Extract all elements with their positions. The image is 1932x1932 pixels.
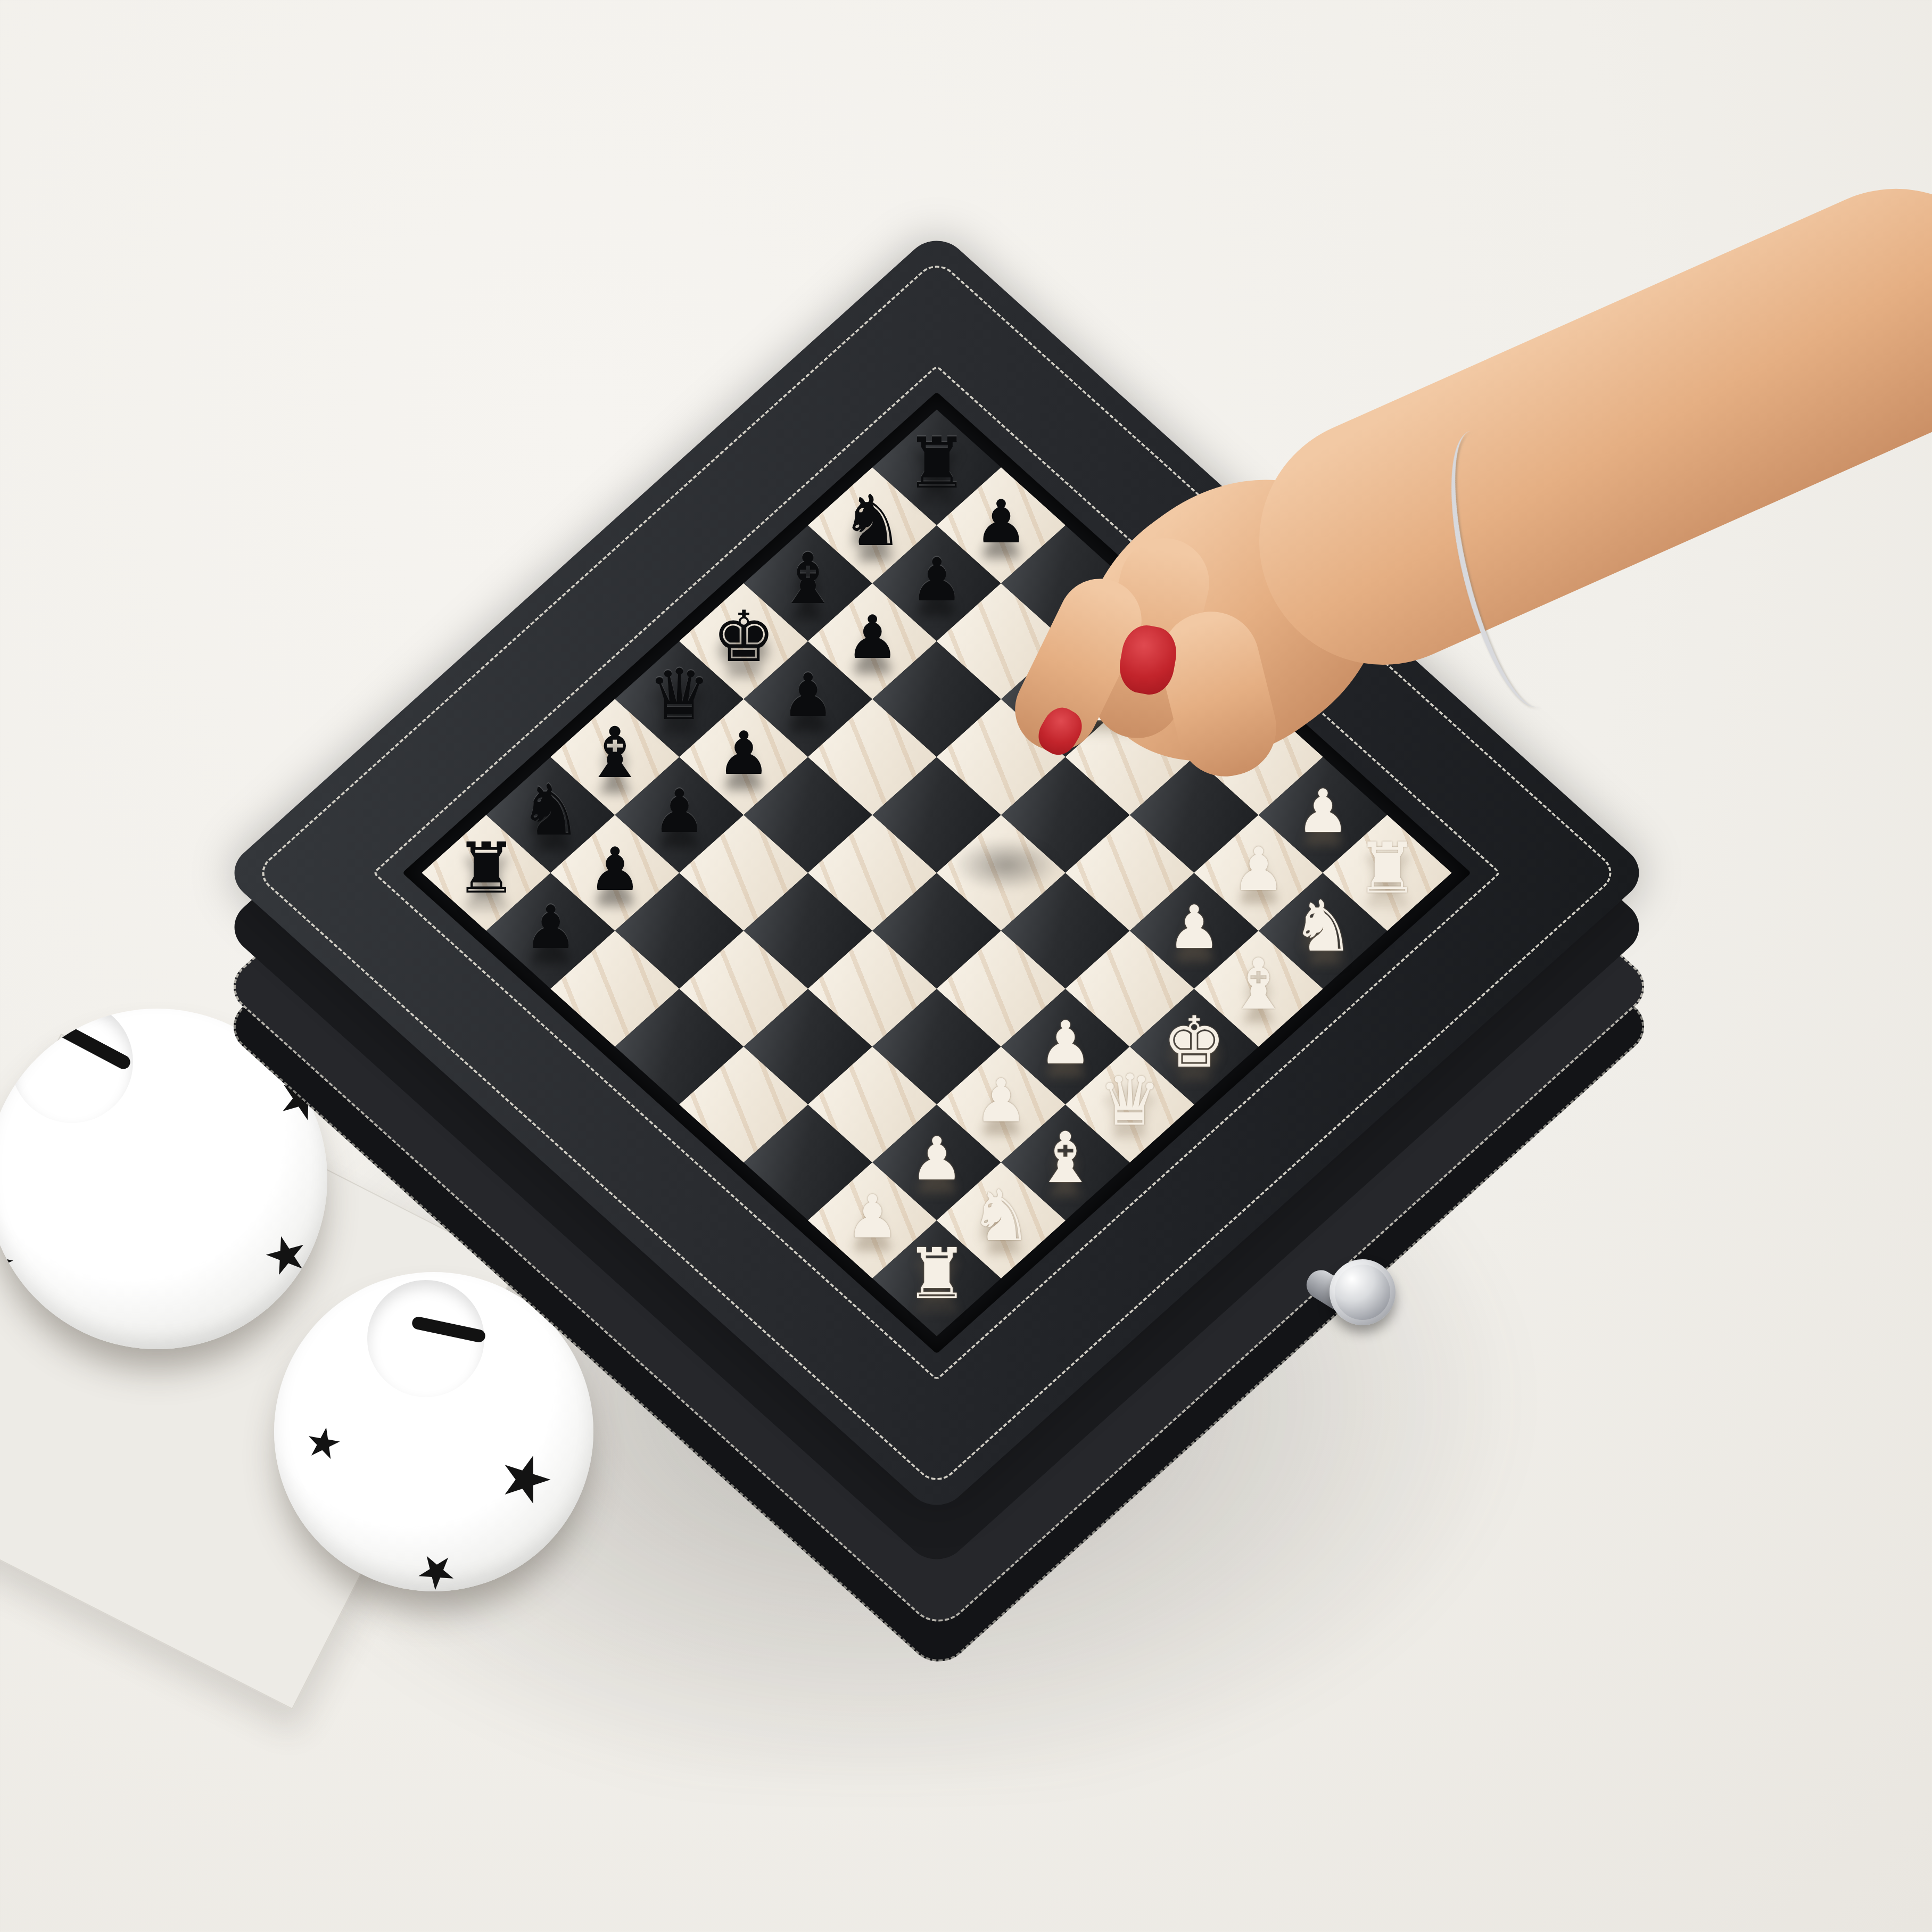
black-bishop-c8[interactable]: ♝ (583, 711, 646, 793)
black-pawn-g7[interactable]: ♟ (910, 544, 963, 614)
drawer-knob[interactable] (1330, 1259, 1396, 1325)
black-rook-a8[interactable]: ♜ (455, 827, 517, 909)
black-pawn-a7[interactable]: ♟ (524, 892, 577, 961)
black-rook-h8[interactable]: ♜ (905, 422, 968, 503)
bell-star-icon: ★ (489, 1440, 562, 1517)
white-king-e1[interactable]: ♚ (1162, 1001, 1225, 1083)
white-pawn-h2[interactable]: ♟ (1296, 776, 1349, 845)
white-rook-h1[interactable]: ♜ (1356, 827, 1418, 909)
jingle-bell-small: ★ ★ ★ (274, 1272, 593, 1591)
black-king-e8[interactable]: ♚ (712, 595, 775, 677)
white-pawn-f2[interactable]: ♟ (1167, 892, 1220, 961)
held-pawn-shadow (953, 838, 1059, 891)
bell-dimple (11, 1009, 133, 1123)
white-pawn-g2[interactable]: ♟ (1232, 834, 1285, 903)
white-pawn-b2[interactable]: ♟ (910, 1124, 963, 1193)
white-rook-a1[interactable]: ♜ (905, 1233, 968, 1315)
black-pawn-f7[interactable]: ♟ (846, 602, 899, 672)
white-bishop-f1[interactable]: ♝ (1227, 943, 1290, 1025)
bell-star-icon: ★ (302, 1419, 345, 1467)
black-pawn-b7[interactable]: ♟ (588, 834, 641, 903)
white-pawn-a2[interactable]: ♟ (846, 1182, 899, 1251)
white-pawn-d2[interactable]: ♟ (1039, 1008, 1092, 1077)
black-bishop-f8[interactable]: ♝ (777, 538, 839, 620)
black-knight-b8[interactable]: ♞ (519, 769, 582, 851)
black-pawn-c7[interactable]: ♟ (653, 776, 706, 845)
black-pawn-e7[interactable]: ♟ (781, 660, 835, 730)
bell-star-icon: ★ (407, 1540, 467, 1591)
black-pawn-h7[interactable]: ♟ (975, 486, 1028, 556)
black-queen-d8[interactable]: ♛ (648, 653, 711, 735)
white-knight-g1[interactable]: ♞ (1291, 885, 1354, 967)
forearm (1219, 149, 1932, 704)
white-pawn-c2[interactable]: ♟ (975, 1066, 1028, 1135)
white-knight-b1[interactable]: ♞ (970, 1175, 1033, 1257)
white-bishop-c1[interactable]: ♝ (1034, 1117, 1097, 1199)
black-pawn-d7[interactable]: ♟ (717, 719, 770, 788)
black-knight-g8[interactable]: ♞ (841, 480, 904, 562)
white-queen-d1[interactable]: ♛ (1099, 1059, 1161, 1141)
